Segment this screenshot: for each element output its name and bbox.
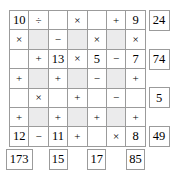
operator-cell-r1c4: × [68, 11, 86, 29]
operator-cell-r4c3: + [49, 69, 67, 87]
blocked-cell-r4c2 [29, 69, 47, 87]
operator-cell-r2c7: × [126, 30, 144, 48]
empty-fill-cell-r5c3[interactable] [49, 89, 67, 107]
empty-fill-cell-r5c7[interactable] [126, 89, 144, 107]
operator-cell-r5c4: + [68, 89, 86, 107]
given-number-cell-r7c7: 8 [126, 127, 144, 145]
empty-fill-cell-r1c3[interactable] [49, 11, 67, 29]
col-result-3: 17 [87, 149, 106, 170]
blocked-cell-r6c2 [29, 108, 47, 126]
operator-cell-r7c4: + [68, 127, 86, 145]
blocked-cell-r2c2 [29, 30, 47, 48]
blocked-cell-r6c4 [68, 108, 86, 126]
operator-cell-r1c6: + [107, 11, 125, 29]
crossmath-board: 10÷×+9×−××+13×5−7++−+×+−++++12−11+×8 [9, 10, 146, 147]
row-result-4: 49 [149, 126, 170, 147]
operator-cell-r4c1: + [10, 69, 28, 87]
operator-cell-r6c7: + [126, 108, 144, 126]
given-number-cell-r7c1: 12 [10, 127, 28, 145]
row-result-3: 5 [149, 87, 170, 108]
given-number-cell-r7c3: 11 [49, 127, 67, 145]
empty-fill-cell-r3c1[interactable] [10, 50, 28, 68]
given-number-cell-r3c7: 7 [126, 50, 144, 68]
blocked-cell-r6c6 [107, 108, 125, 126]
operator-cell-r6c1: + [10, 108, 28, 126]
given-number-cell-r1c1: 10 [10, 11, 28, 29]
operator-cell-r1c2: ÷ [29, 11, 47, 29]
row-result-1: 24 [149, 10, 170, 31]
operator-cell-r4c5: − [88, 69, 106, 87]
empty-fill-cell-r7c5[interactable] [88, 127, 106, 145]
empty-fill-cell-r5c1[interactable] [10, 89, 28, 107]
col-result-2: 15 [49, 149, 68, 170]
empty-fill-cell-r1c5[interactable] [88, 11, 106, 29]
operator-cell-r5c2: × [29, 89, 47, 107]
empty-fill-cell-r5c5[interactable] [88, 89, 106, 107]
operator-cell-r2c3: − [49, 30, 67, 48]
operator-cell-r2c5: × [88, 30, 106, 48]
row-result-2: 74 [149, 49, 170, 70]
operator-cell-r4c7: + [126, 69, 144, 87]
blocked-cell-r2c4 [68, 30, 86, 48]
operator-cell-r3c4: × [68, 50, 86, 68]
blocked-cell-r2c6 [107, 30, 125, 48]
given-number-cell-r1c7: 9 [126, 11, 144, 29]
crossmath-puzzle-canvas: 10÷×+9×−××+13×5−7++−+×+−++++12−11+×8 247… [0, 0, 180, 180]
col-result-1: 173 [6, 149, 33, 170]
operator-cell-r5c6: − [107, 89, 125, 107]
operator-cell-r6c5: + [88, 108, 106, 126]
operator-cell-r7c2: − [29, 127, 47, 145]
blocked-cell-r4c4 [68, 69, 86, 87]
operator-cell-r2c1: × [10, 30, 28, 48]
operator-cell-r3c6: − [107, 50, 125, 68]
given-number-cell-r3c3: 13 [49, 50, 67, 68]
operator-cell-r3c2: + [29, 50, 47, 68]
col-result-4: 85 [126, 149, 145, 170]
operator-cell-r6c3: + [49, 108, 67, 126]
blocked-cell-r4c6 [107, 69, 125, 87]
given-number-cell-r3c5: 5 [88, 50, 106, 68]
operator-cell-r7c6: × [107, 127, 125, 145]
